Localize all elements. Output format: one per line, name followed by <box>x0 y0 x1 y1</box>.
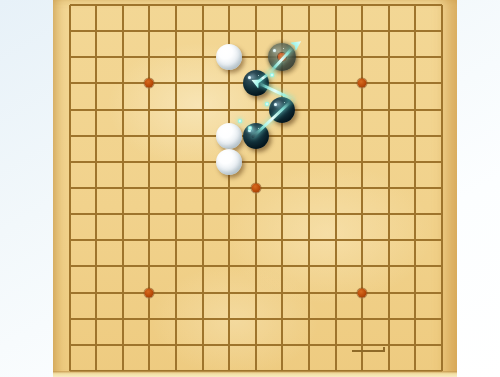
last-move-red-dot-marker <box>278 53 286 61</box>
white-stone <box>216 123 242 149</box>
grid-line-vertical <box>335 5 337 371</box>
grid-line-horizontal <box>70 318 443 320</box>
grid-line-vertical <box>361 5 363 371</box>
star-point <box>145 288 154 297</box>
star-point <box>358 288 367 297</box>
grid-line-vertical <box>414 5 416 371</box>
game-screen <box>0 0 500 377</box>
black-stone <box>269 97 295 123</box>
black-stone <box>243 123 269 149</box>
go-board[interactable] <box>53 0 457 377</box>
grid-line-horizontal <box>70 265 443 267</box>
grid-line-horizontal <box>70 213 443 215</box>
grid-line-vertical <box>308 5 310 371</box>
grid-line-horizontal <box>70 239 443 241</box>
board-crack-joint <box>383 347 385 352</box>
white-stone <box>216 44 242 70</box>
star-point <box>358 79 367 88</box>
board-crack-detail <box>352 350 385 352</box>
grid-line-horizontal <box>70 292 443 294</box>
star-point <box>145 79 154 88</box>
grid-line-vertical <box>388 5 390 371</box>
board-bottom-bevel <box>53 371 457 377</box>
grid-line-vertical <box>441 5 443 371</box>
grid-line-horizontal <box>70 344 443 346</box>
black-stone <box>243 70 269 96</box>
board-grid <box>70 5 443 371</box>
star-point <box>251 184 260 193</box>
white-stone <box>216 149 242 175</box>
last-move-ghost-stone <box>268 43 296 71</box>
